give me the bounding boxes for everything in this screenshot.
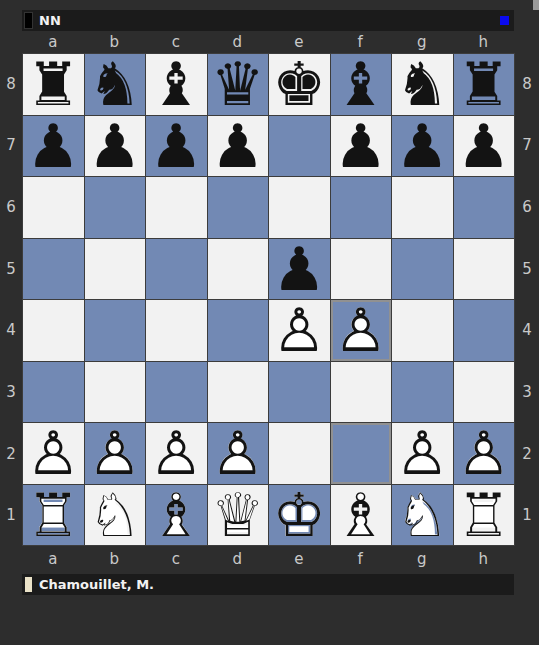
square-c8[interactable]: ♝ xyxy=(146,54,207,115)
square-c5[interactable] xyxy=(146,239,207,300)
file-label-g: g xyxy=(391,549,453,569)
square-c1[interactable]: ♝♗ xyxy=(146,485,207,546)
piece-black-pawn: ♟ xyxy=(334,116,388,176)
square-b2[interactable]: ♟♙ xyxy=(85,423,146,484)
square-h7[interactable]: ♟ xyxy=(454,116,515,177)
rank-label-2: 2 xyxy=(1,423,21,485)
square-f4[interactable]: ♟♙ xyxy=(331,300,392,361)
piece-black-pawn: ♟ xyxy=(272,239,326,299)
piece-white-king: ♚♔ xyxy=(272,485,326,545)
square-g1[interactable]: ♞♘ xyxy=(392,485,453,546)
square-b5[interactable] xyxy=(85,239,146,300)
piece-black-queen: ♛ xyxy=(211,54,265,114)
square-c3[interactable] xyxy=(146,362,207,423)
chess-board: ♜♞♝♛♚♝♞♜♟♟♟♟♟♟♟♟♟♙♟♙♟♙♟♙♟♙♟♙♟♙♟♙♜♖♞♘♝♗♛♕… xyxy=(22,53,515,546)
square-f1[interactable]: ♝♗ xyxy=(331,485,392,546)
square-f7[interactable]: ♟ xyxy=(331,116,392,177)
piece-black-pawn: ♟ xyxy=(88,116,142,176)
square-b6[interactable] xyxy=(85,177,146,238)
rank-label-7: 7 xyxy=(517,115,537,177)
square-a8[interactable]: ♜ xyxy=(23,54,84,115)
piece-black-pawn: ♟ xyxy=(149,116,203,176)
file-label-d: d xyxy=(207,549,269,569)
square-h3[interactable] xyxy=(454,362,515,423)
square-h1[interactable]: ♜♖ xyxy=(454,485,515,546)
square-f2[interactable] xyxy=(331,423,392,484)
square-d4[interactable] xyxy=(208,300,269,361)
piece-black-rook: ♜ xyxy=(457,54,511,114)
bottom-player-name: Chamouillet, M. xyxy=(39,577,154,592)
rank-label-8: 8 xyxy=(1,53,21,115)
rank-label-6: 6 xyxy=(517,176,537,238)
rank-label-3: 3 xyxy=(1,361,21,423)
white-color-marker xyxy=(25,577,32,592)
piece-black-pawn: ♟ xyxy=(26,116,80,176)
square-h5[interactable] xyxy=(454,239,515,300)
square-c6[interactable] xyxy=(146,177,207,238)
square-f3[interactable] xyxy=(331,362,392,423)
rank-label-2: 2 xyxy=(517,423,537,485)
square-d1[interactable]: ♛♕ xyxy=(208,485,269,546)
square-b3[interactable] xyxy=(85,362,146,423)
square-c2[interactable]: ♟♙ xyxy=(146,423,207,484)
file-label-b: b xyxy=(84,549,146,569)
square-g8[interactable]: ♞ xyxy=(392,54,453,115)
square-e6[interactable] xyxy=(269,177,330,238)
square-d8[interactable]: ♛ xyxy=(208,54,269,115)
square-d2[interactable]: ♟♙ xyxy=(208,423,269,484)
piece-white-bishop: ♝♗ xyxy=(334,485,388,545)
piece-white-bishop: ♝♗ xyxy=(149,485,203,545)
rank-labels-right: 87654321 xyxy=(517,53,537,546)
file-label-e: e xyxy=(268,549,330,569)
square-h2[interactable]: ♟♙ xyxy=(454,423,515,484)
piece-black-bishop: ♝ xyxy=(149,54,203,114)
square-f6[interactable] xyxy=(331,177,392,238)
rank-label-4: 4 xyxy=(517,300,537,362)
rank-label-6: 6 xyxy=(1,176,21,238)
square-g5[interactable] xyxy=(392,239,453,300)
square-d5[interactable] xyxy=(208,239,269,300)
square-b7[interactable]: ♟ xyxy=(85,116,146,177)
square-d6[interactable] xyxy=(208,177,269,238)
piece-black-king: ♚ xyxy=(272,54,326,114)
piece-white-knight: ♞♘ xyxy=(395,485,449,545)
file-label-c: c xyxy=(145,549,207,569)
piece-white-pawn: ♟♙ xyxy=(334,300,388,360)
top-player-bar: NN xyxy=(22,10,514,31)
square-a2[interactable]: ♟♙ xyxy=(23,423,84,484)
rank-label-8: 8 xyxy=(517,53,537,115)
rank-label-7: 7 xyxy=(1,115,21,177)
square-e3[interactable] xyxy=(269,362,330,423)
square-h4[interactable] xyxy=(454,300,515,361)
rank-label-5: 5 xyxy=(1,238,21,300)
bottom-player-bar: Chamouillet, M. xyxy=(22,574,514,595)
rank-label-1: 1 xyxy=(517,484,537,546)
square-g6[interactable] xyxy=(392,177,453,238)
square-a3[interactable] xyxy=(23,362,84,423)
file-label-a: a xyxy=(22,549,84,569)
file-labels-bottom: abcdefgh xyxy=(22,549,514,569)
piece-white-pawn: ♟♙ xyxy=(457,423,511,483)
piece-black-pawn: ♟ xyxy=(395,116,449,176)
black-color-marker xyxy=(25,13,32,28)
turn-indicator xyxy=(500,16,509,25)
square-a4[interactable] xyxy=(23,300,84,361)
square-g7[interactable]: ♟ xyxy=(392,116,453,177)
square-e2[interactable] xyxy=(269,423,330,484)
piece-white-rook: ♜♖ xyxy=(457,485,511,545)
square-a7[interactable]: ♟ xyxy=(23,116,84,177)
piece-black-knight: ♞ xyxy=(88,54,142,114)
square-b4[interactable] xyxy=(85,300,146,361)
rank-label-3: 3 xyxy=(517,361,537,423)
square-b8[interactable]: ♞ xyxy=(85,54,146,115)
piece-white-queen: ♛♕ xyxy=(211,485,265,545)
square-e8[interactable]: ♚ xyxy=(269,54,330,115)
square-c7[interactable]: ♟ xyxy=(146,116,207,177)
piece-black-rook: ♜ xyxy=(26,54,80,114)
square-e5[interactable]: ♟ xyxy=(269,239,330,300)
piece-white-knight: ♞♘ xyxy=(88,485,142,545)
piece-white-pawn: ♟♙ xyxy=(26,423,80,483)
piece-white-pawn: ♟♙ xyxy=(272,300,326,360)
file-label-f: f xyxy=(330,549,392,569)
top-player-name: NN xyxy=(39,13,61,28)
square-a1[interactable]: ♜♖ xyxy=(23,485,84,546)
square-g3[interactable] xyxy=(392,362,453,423)
square-g4[interactable] xyxy=(392,300,453,361)
piece-white-pawn: ♟♙ xyxy=(88,423,142,483)
square-b1[interactable]: ♞♘ xyxy=(85,485,146,546)
square-a5[interactable] xyxy=(23,239,84,300)
piece-white-rook: ♜♖ xyxy=(26,485,80,545)
piece-black-pawn: ♟ xyxy=(211,116,265,176)
piece-white-pawn: ♟♙ xyxy=(395,423,449,483)
square-e1[interactable]: ♚♔ xyxy=(269,485,330,546)
piece-white-pawn: ♟♙ xyxy=(211,423,265,483)
rank-labels-left: 87654321 xyxy=(1,53,21,546)
square-f8[interactable]: ♝ xyxy=(331,54,392,115)
rank-label-1: 1 xyxy=(1,484,21,546)
square-d7[interactable]: ♟ xyxy=(208,116,269,177)
file-label-h: h xyxy=(453,549,515,569)
square-a6[interactable] xyxy=(23,177,84,238)
square-f5[interactable] xyxy=(331,239,392,300)
scrollbar-thumb[interactable] xyxy=(533,0,539,10)
square-h8[interactable]: ♜ xyxy=(454,54,515,115)
square-h6[interactable] xyxy=(454,177,515,238)
square-e4[interactable]: ♟♙ xyxy=(269,300,330,361)
square-g2[interactable]: ♟♙ xyxy=(392,423,453,484)
piece-black-pawn: ♟ xyxy=(457,116,511,176)
square-c4[interactable] xyxy=(146,300,207,361)
square-d3[interactable] xyxy=(208,362,269,423)
rank-label-5: 5 xyxy=(517,238,537,300)
footer: Último movimiento: 2.f4 C30a [King's Gam… xyxy=(0,596,539,645)
piece-black-bishop: ♝ xyxy=(334,54,388,114)
square-e7[interactable] xyxy=(269,116,330,177)
rank-label-4: 4 xyxy=(1,300,21,362)
piece-white-pawn: ♟♙ xyxy=(149,423,203,483)
piece-black-knight: ♞ xyxy=(395,54,449,114)
